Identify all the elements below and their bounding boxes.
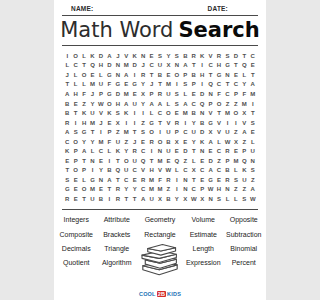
grid-cell-r13c10[interactable]: V [139, 166, 147, 176]
grid-cell-r7c5[interactable]: V [97, 108, 105, 118]
grid-cell-r12c21[interactable]: M [232, 156, 240, 166]
grid-cell-r1c22[interactable]: T [240, 51, 248, 61]
grid-cell-r12c23[interactable]: N [249, 156, 257, 166]
grid-cell-r10c3[interactable]: Y [80, 137, 88, 147]
grid-cell-r15c14[interactable]: I [173, 185, 181, 195]
grid-cell-r6c22[interactable]: M [240, 99, 248, 109]
grid-cell-r14c4[interactable]: G [88, 175, 96, 185]
grid-cell-r13c6[interactable]: B [105, 166, 113, 176]
grid-cell-r6c11[interactable]: A [147, 99, 155, 109]
grid-cell-r11c9[interactable]: R [130, 146, 138, 156]
grid-cell-r3c3[interactable]: O [80, 70, 88, 80]
grid-cell-r10c22[interactable]: Z [240, 137, 248, 147]
grid-cell-r8c3[interactable]: H [80, 118, 88, 128]
grid-cell-r11c4[interactable]: L [88, 146, 96, 156]
grid-cell-r13c20[interactable]: B [223, 166, 231, 176]
grid-cell-r4c22[interactable]: Y [240, 80, 248, 90]
grid-cell-r3c22[interactable]: L [240, 70, 248, 80]
grid-cell-r16c22[interactable]: S [240, 194, 248, 204]
grid-cell-r13c22[interactable]: K [240, 166, 248, 176]
grid-cell-r3c6[interactable]: G [105, 70, 113, 80]
grid-cell-r4c12[interactable]: T [156, 80, 164, 90]
grid-cell-r16c2[interactable]: E [71, 194, 79, 204]
grid-cell-r2c22[interactable]: Q [240, 61, 248, 71]
grid-cell-r9c13[interactable]: U [164, 127, 172, 137]
grid-cell-r2c1[interactable]: L [63, 61, 71, 71]
grid-cell-r10c9[interactable]: J [130, 137, 138, 147]
grid-cell-r12c1[interactable]: E [63, 156, 71, 166]
grid-cell-r4c14[interactable]: I [173, 80, 181, 90]
grid-cell-r2c16[interactable]: T [190, 61, 198, 71]
grid-cell-r16c12[interactable]: X [156, 194, 164, 204]
grid-cell-r5c17[interactable]: D [198, 89, 206, 99]
grid-cell-r7c18[interactable]: V [206, 108, 214, 118]
grid-cell-r16c19[interactable]: S [215, 194, 223, 204]
grid-cell-r7c7[interactable]: S [114, 108, 122, 118]
grid-cell-r5c4[interactable]: J [88, 89, 96, 99]
grid-cell-r3c10[interactable]: R [139, 70, 147, 80]
grid-cell-r5c3[interactable]: F [80, 89, 88, 99]
grid-cell-r2c11[interactable]: C [147, 61, 155, 71]
grid-cell-r14c2[interactable]: E [71, 175, 79, 185]
grid-cell-r2c17[interactable]: I [198, 61, 206, 71]
grid-cell-r11c15[interactable]: D [181, 146, 189, 156]
grid-cell-r7c1[interactable]: B [63, 108, 71, 118]
grid-cell-r13c3[interactable]: P [80, 166, 88, 176]
grid-cell-r16c11[interactable]: U [147, 194, 155, 204]
grid-cell-r1c6[interactable]: A [105, 51, 113, 61]
grid-cell-r1c23[interactable]: C [249, 51, 257, 61]
grid-cell-r15c19[interactable]: H [215, 185, 223, 195]
grid-cell-r4c3[interactable]: L [80, 80, 88, 90]
grid-cell-r5c7[interactable]: D [114, 89, 122, 99]
grid-cell-r16c14[interactable]: Y [173, 194, 181, 204]
grid-cell-r9c10[interactable]: S [139, 127, 147, 137]
grid-cell-r11c21[interactable]: E [232, 146, 240, 156]
grid-cell-r8c9[interactable]: I [130, 118, 138, 128]
grid-cell-r7c16[interactable]: B [190, 108, 198, 118]
grid-cell-r11c11[interactable]: I [147, 146, 155, 156]
grid-cell-r10c12[interactable]: O [156, 137, 164, 147]
grid-cell-r14c9[interactable]: E [130, 175, 138, 185]
grid-cell-r6c15[interactable]: A [181, 99, 189, 109]
grid-cell-r9c11[interactable]: O [147, 127, 155, 137]
grid-cell-r5c20[interactable]: C [223, 89, 231, 99]
grid-cell-r9c4[interactable]: T [88, 127, 96, 137]
grid-cell-r12c6[interactable]: I [105, 156, 113, 166]
grid-cell-r7c15[interactable]: M [181, 108, 189, 118]
grid-cell-r13c4[interactable]: I [88, 166, 96, 176]
grid-cell-r15c12[interactable]: M [156, 185, 164, 195]
grid-cell-r12c2[interactable]: P [71, 156, 79, 166]
grid-cell-r12c7[interactable]: T [114, 156, 122, 166]
grid-cell-r1c14[interactable]: S [173, 51, 181, 61]
grid-cell-r9c7[interactable]: Z [114, 127, 122, 137]
grid-cell-r16c9[interactable]: T [130, 194, 138, 204]
grid-cell-r10c23[interactable]: L [249, 137, 257, 147]
grid-cell-r8c16[interactable]: Y [190, 118, 198, 128]
grid-cell-r15c15[interactable]: N [181, 185, 189, 195]
grid-cell-r3c23[interactable]: T [249, 70, 257, 80]
grid-cell-r15c7[interactable]: R [114, 185, 122, 195]
grid-cell-r12c4[interactable]: N [88, 156, 96, 166]
grid-cell-r8c22[interactable]: V [240, 118, 248, 128]
grid-cell-r16c3[interactable]: T [80, 194, 88, 204]
grid-cell-r14c10[interactable]: R [139, 175, 147, 185]
grid-cell-r8c12[interactable]: T [156, 118, 164, 128]
grid-cell-r10c15[interactable]: E [181, 137, 189, 147]
grid-cell-r1c5[interactable]: D [97, 51, 105, 61]
grid-cell-r4c20[interactable]: T [223, 80, 231, 90]
grid-cell-r14c16[interactable]: T [190, 175, 198, 185]
grid-cell-r14c23[interactable]: Z [249, 175, 257, 185]
grid-cell-r5c12[interactable]: R [156, 89, 164, 99]
grid-cell-r12c14[interactable]: Q [173, 156, 181, 166]
grid-cell-r9c16[interactable]: U [190, 127, 198, 137]
grid-cell-r8c15[interactable]: I [181, 118, 189, 128]
grid-cell-r7c20[interactable]: M [223, 108, 231, 118]
grid-cell-r10c7[interactable]: U [114, 137, 122, 147]
grid-cell-r14c14[interactable]: I [173, 175, 181, 185]
grid-cell-r3c21[interactable]: E [232, 70, 240, 80]
grid-cell-r16c6[interactable]: I [105, 194, 113, 204]
grid-cell-r2c14[interactable]: N [173, 61, 181, 71]
grid-cell-r12c13[interactable]: E [164, 156, 172, 166]
grid-cell-r8c7[interactable]: X [114, 118, 122, 128]
grid-cell-r1c20[interactable]: S [223, 51, 231, 61]
grid-cell-r3c8[interactable]: A [122, 70, 130, 80]
grid-cell-r8c17[interactable]: B [198, 118, 206, 128]
grid-cell-r8c1[interactable]: R [63, 118, 71, 128]
grid-cell-r13c23[interactable]: S [249, 166, 257, 176]
grid-cell-r6c8[interactable]: A [122, 99, 130, 109]
grid-cell-r4c18[interactable]: Q [206, 80, 214, 90]
grid-cell-r3c14[interactable]: O [173, 70, 181, 80]
grid-cell-r8c6[interactable]: E [105, 118, 113, 128]
grid-cell-r12c11[interactable]: T [147, 156, 155, 166]
grid-cell-r14c6[interactable]: A [105, 175, 113, 185]
grid-cell-r9c8[interactable]: M [122, 127, 130, 137]
grid-cell-r3c20[interactable]: N [223, 70, 231, 80]
grid-cell-r13c18[interactable]: A [206, 166, 214, 176]
grid-cell-r9c18[interactable]: X [206, 127, 214, 137]
grid-cell-r14c17[interactable]: E [198, 175, 206, 185]
grid-cell-r2c8[interactable]: M [122, 61, 130, 71]
grid-cell-r9c21[interactable]: Z [232, 127, 240, 137]
grid-cell-r1c10[interactable]: N [139, 51, 147, 61]
grid-cell-r6c9[interactable]: U [130, 99, 138, 109]
grid-cell-r1c17[interactable]: K [198, 51, 206, 61]
grid-cell-r3c19[interactable]: G [215, 70, 223, 80]
grid-cell-r4c16[interactable]: P [190, 80, 198, 90]
grid-cell-r7c22[interactable]: X [240, 108, 248, 118]
grid-cell-r12c16[interactable]: L [190, 156, 198, 166]
grid-cell-r1c3[interactable]: L [80, 51, 88, 61]
grid-cell-r3c11[interactable]: T [147, 70, 155, 80]
grid-cell-r1c12[interactable]: S [156, 51, 164, 61]
grid-cell-r12c22[interactable]: Q [240, 156, 248, 166]
grid-cell-r13c7[interactable]: Q [114, 166, 122, 176]
grid-cell-r13c2[interactable]: O [71, 166, 79, 176]
grid-cell-r4c6[interactable]: F [105, 80, 113, 90]
grid-cell-r15c13[interactable]: Z [164, 185, 172, 195]
grid-cell-r9c9[interactable]: T [130, 127, 138, 137]
grid-cell-r1c13[interactable]: Y [164, 51, 172, 61]
grid-cell-r16c7[interactable]: R [114, 194, 122, 204]
grid-cell-r11c13[interactable]: U [164, 146, 172, 156]
grid-cell-r16c23[interactable]: W [249, 194, 257, 204]
grid-cell-r9c19[interactable]: V [215, 127, 223, 137]
grid-cell-r2c9[interactable]: D [130, 61, 138, 71]
grid-cell-r4c7[interactable]: G [114, 80, 122, 90]
grid-cell-r11c12[interactable]: N [156, 146, 164, 156]
grid-cell-r12c10[interactable]: Q [139, 156, 147, 166]
grid-cell-r4c17[interactable]: I [198, 80, 206, 90]
grid-cell-r5c23[interactable]: M [249, 89, 257, 99]
grid-cell-r10c13[interactable]: B [164, 137, 172, 147]
grid-cell-r16c20[interactable]: L [223, 194, 231, 204]
grid-cell-r3c16[interactable]: B [190, 70, 198, 80]
grid-cell-r5c13[interactable]: U [164, 89, 172, 99]
grid-cell-r5c22[interactable]: F [240, 89, 248, 99]
grid-cell-r7c13[interactable]: O [164, 108, 172, 118]
grid-cell-r8c11[interactable]: G [147, 118, 155, 128]
grid-cell-r3c5[interactable]: L [97, 70, 105, 80]
grid-cell-r7c12[interactable]: C [156, 108, 164, 118]
grid-cell-r10c4[interactable]: Y [88, 137, 96, 147]
grid-cell-r10c8[interactable]: Z [122, 137, 130, 147]
grid-cell-r1c16[interactable]: R [190, 51, 198, 61]
grid-cell-r1c8[interactable]: V [122, 51, 130, 61]
grid-cell-r7c10[interactable]: I [139, 108, 147, 118]
grid-cell-r14c19[interactable]: E [215, 175, 223, 185]
grid-cell-r2c5[interactable]: H [97, 61, 105, 71]
grid-cell-r8c4[interactable]: M [88, 118, 96, 128]
grid-cell-r15c11[interactable]: M [147, 185, 155, 195]
grid-cell-r10c11[interactable]: R [147, 137, 155, 147]
grid-cell-r13c1[interactable]: T [63, 166, 71, 176]
grid-cell-r10c1[interactable]: C [63, 137, 71, 147]
grid-cell-r7c19[interactable]: T [215, 108, 223, 118]
grid-cell-r16c15[interactable]: X [181, 194, 189, 204]
grid-cell-r6c20[interactable]: Z [223, 99, 231, 109]
grid-cell-r2c21[interactable]: T [232, 61, 240, 71]
grid-cell-r14c5[interactable]: N [97, 175, 105, 185]
grid-cell-r10c18[interactable]: A [206, 137, 214, 147]
grid-cell-r4c13[interactable]: M [164, 80, 172, 90]
grid-cell-r10c21[interactable]: X [232, 137, 240, 147]
grid-cell-r13c13[interactable]: W [164, 166, 172, 176]
grid-cell-r11c19[interactable]: C [215, 146, 223, 156]
grid-cell-r10c6[interactable]: F [105, 137, 113, 147]
grid-cell-r1c21[interactable]: D [232, 51, 240, 61]
grid-cell-r8c20[interactable]: I [223, 118, 231, 128]
grid-cell-r10c5[interactable]: M [97, 137, 105, 147]
grid-cell-r4c21[interactable]: C [232, 80, 240, 90]
grid-cell-r13c5[interactable]: Y [97, 166, 105, 176]
grid-cell-r9c23[interactable]: E [249, 127, 257, 137]
grid-cell-r9c2[interactable]: S [71, 127, 79, 137]
grid-cell-r10c20[interactable]: W [223, 137, 231, 147]
grid-cell-r3c9[interactable]: I [130, 70, 138, 80]
grid-cell-r6c3[interactable]: Z [80, 99, 88, 109]
grid-cell-r15c5[interactable]: E [97, 185, 105, 195]
grid-cell-r14c18[interactable]: G [206, 175, 214, 185]
grid-cell-r16c17[interactable]: X [198, 194, 206, 204]
grid-cell-r14c11[interactable]: M [147, 175, 155, 185]
grid-cell-r16c13[interactable]: B [164, 194, 172, 204]
grid-cell-r15c6[interactable]: T [105, 185, 113, 195]
grid-cell-r12c20[interactable]: P [223, 156, 231, 166]
grid-cell-r3c13[interactable]: E [164, 70, 172, 80]
grid-cell-r12c18[interactable]: D [206, 156, 214, 166]
grid-cell-r10c17[interactable]: K [198, 137, 206, 147]
grid-cell-r9c14[interactable]: P [173, 127, 181, 137]
grid-cell-r10c10[interactable]: E [139, 137, 147, 147]
grid-cell-r4c5[interactable]: U [97, 80, 105, 90]
grid-cell-r5c18[interactable]: N [206, 89, 214, 99]
grid-cell-r7c9[interactable]: I [130, 108, 138, 118]
grid-cell-r11c14[interactable]: E [173, 146, 181, 156]
grid-cell-r16c16[interactable]: W [190, 194, 198, 204]
grid-cell-r2c10[interactable]: J [139, 61, 147, 71]
grid-cell-r15c22[interactable]: Z [240, 185, 248, 195]
grid-cell-r13c15[interactable]: C [181, 166, 189, 176]
grid-cell-r8c10[interactable]: Z [139, 118, 147, 128]
grid-cell-r12c15[interactable]: Z [181, 156, 189, 166]
grid-cell-r4c11[interactable]: J [147, 80, 155, 90]
grid-cell-r15c10[interactable]: C [139, 185, 147, 195]
grid-cell-r5c5[interactable]: P [97, 89, 105, 99]
grid-cell-r3c12[interactable]: B [156, 70, 164, 80]
grid-cell-r11c20[interactable]: R [223, 146, 231, 156]
grid-cell-r12c17[interactable]: E [198, 156, 206, 166]
grid-cell-r12c9[interactable]: U [130, 156, 138, 166]
grid-cell-r1c11[interactable]: E [147, 51, 155, 61]
grid-cell-r11c5[interactable]: C [97, 146, 105, 156]
grid-cell-r14c21[interactable]: S [232, 175, 240, 185]
grid-cell-r13c19[interactable]: C [215, 166, 223, 176]
grid-cell-r11c6[interactable]: L [105, 146, 113, 156]
grid-cell-r13c21[interactable]: L [232, 166, 240, 176]
grid-cell-r15c20[interactable]: N [223, 185, 231, 195]
grid-cell-r11c1[interactable]: K [63, 146, 71, 156]
grid-cell-r7c4[interactable]: U [88, 108, 96, 118]
grid-cell-r14c15[interactable]: N [181, 175, 189, 185]
grid-cell-r14c13[interactable]: R [164, 175, 172, 185]
grid-cell-r6c6[interactable]: O [105, 99, 113, 109]
grid-cell-r6c5[interactable]: W [97, 99, 105, 109]
grid-cell-r14c1[interactable]: S [63, 175, 71, 185]
grid-cell-r7c6[interactable]: K [105, 108, 113, 118]
grid-cell-r1c1[interactable]: I [63, 51, 71, 61]
grid-cell-r4c19[interactable]: C [215, 80, 223, 90]
grid-cell-r12c12[interactable]: M [156, 156, 164, 166]
grid-cell-r11c17[interactable]: N [198, 146, 206, 156]
grid-cell-r8c13[interactable]: V [164, 118, 172, 128]
grid-cell-r14c20[interactable]: R [223, 175, 231, 185]
grid-cell-r5c19[interactable]: F [215, 89, 223, 99]
grid-cell-r16c4[interactable]: U [88, 194, 96, 204]
grid-cell-r13c8[interactable]: U [122, 166, 130, 176]
grid-cell-r2c15[interactable]: A [181, 61, 189, 71]
grid-cell-r9c5[interactable]: I [97, 127, 105, 137]
grid-cell-r6c21[interactable]: Z [232, 99, 240, 109]
grid-cell-r6c13[interactable]: L [164, 99, 172, 109]
grid-cell-r5c6[interactable]: G [105, 89, 113, 99]
grid-cell-r13c9[interactable]: C [130, 166, 138, 176]
grid-cell-r2c18[interactable]: C [206, 61, 214, 71]
grid-cell-r13c16[interactable]: X [190, 166, 198, 176]
grid-cell-r15c21[interactable]: Z [232, 185, 240, 195]
grid-cell-r1c15[interactable]: B [181, 51, 189, 61]
grid-cell-r6c19[interactable]: O [215, 99, 223, 109]
grid-cell-r6c14[interactable]: S [173, 99, 181, 109]
grid-cell-r11c16[interactable]: T [190, 146, 198, 156]
grid-cell-r16c10[interactable]: A [139, 194, 147, 204]
grid-cell-r6c17[interactable]: Q [198, 99, 206, 109]
grid-cell-r8c18[interactable]: G [206, 118, 214, 128]
grid-cell-r7c23[interactable]: T [249, 108, 257, 118]
grid-cell-r4c15[interactable]: S [181, 80, 189, 90]
grid-cell-r8c14[interactable]: R [173, 118, 181, 128]
grid-cell-r14c3[interactable]: L [80, 175, 88, 185]
grid-cell-r15c17[interactable]: P [198, 185, 206, 195]
grid-cell-r7c11[interactable]: L [147, 108, 155, 118]
grid-cell-r9c22[interactable]: A [240, 127, 248, 137]
grid-cell-r10c19[interactable]: L [215, 137, 223, 147]
grid-cell-r14c22[interactable]: U [240, 175, 248, 185]
grid-cell-r2c3[interactable]: T [80, 61, 88, 71]
grid-cell-r15c8[interactable]: Y [122, 185, 130, 195]
grid-cell-r12c8[interactable]: O [122, 156, 130, 166]
grid-cell-r15c18[interactable]: W [206, 185, 214, 195]
grid-cell-r7c2[interactable]: T [71, 108, 79, 118]
grid-cell-r7c14[interactable]: E [173, 108, 181, 118]
grid-cell-r1c2[interactable]: O [71, 51, 79, 61]
grid-cell-r11c23[interactable]: U [249, 146, 257, 156]
grid-cell-r7c8[interactable]: K [122, 108, 130, 118]
grid-cell-r11c22[interactable]: P [240, 146, 248, 156]
grid-cell-r1c18[interactable]: V [206, 51, 214, 61]
grid-cell-r15c2[interactable]: E [71, 185, 79, 195]
grid-cell-r15c4[interactable]: M [88, 185, 96, 195]
grid-cell-r7c17[interactable]: N [198, 108, 206, 118]
grid-cell-r5c11[interactable]: P [147, 89, 155, 99]
grid-cell-r3c1[interactable]: J [63, 70, 71, 80]
grid-cell-r15c1[interactable]: G [63, 185, 71, 195]
grid-cell-r9c15[interactable]: C [181, 127, 189, 137]
grid-cell-r4c23[interactable]: A [249, 80, 257, 90]
grid-cell-r10c14[interactable]: X [173, 137, 181, 147]
grid-cell-r9c17[interactable]: D [198, 127, 206, 137]
grid-cell-r5c16[interactable]: E [190, 89, 198, 99]
grid-cell-r6c23[interactable]: I [249, 99, 257, 109]
grid-cell-r9c6[interactable]: P [105, 127, 113, 137]
grid-cell-r3c15[interactable]: P [181, 70, 189, 80]
grid-cell-r14c12[interactable]: F [156, 175, 164, 185]
grid-cell-r14c8[interactable]: C [122, 175, 130, 185]
grid-cell-r13c11[interactable]: H [147, 166, 155, 176]
grid-cell-r7c21[interactable]: O [232, 108, 240, 118]
grid-cell-r1c9[interactable]: K [130, 51, 138, 61]
grid-cell-r6c18[interactable]: P [206, 99, 214, 109]
grid-cell-r5c21[interactable]: P [232, 89, 240, 99]
grid-cell-r5c1[interactable]: A [63, 89, 71, 99]
grid-cell-r5c9[interactable]: E [130, 89, 138, 99]
grid-cell-r8c5[interactable]: J [97, 118, 105, 128]
grid-cell-r11c3[interactable]: A [80, 146, 88, 156]
